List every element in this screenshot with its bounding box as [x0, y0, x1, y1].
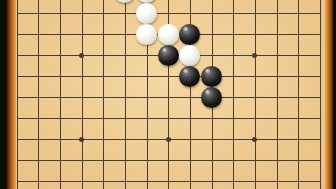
grid-vertical-line	[233, 0, 234, 189]
black-stone	[201, 66, 222, 87]
star-point	[79, 53, 84, 58]
star-point	[79, 137, 84, 142]
grid-vertical-line	[277, 0, 278, 189]
white-stone	[136, 24, 157, 45]
game-screen	[0, 0, 336, 189]
star-point	[166, 137, 171, 142]
grid-horizontal-line	[17, 181, 321, 182]
white-stone	[179, 45, 200, 66]
grid-vertical-line	[320, 0, 321, 189]
gomoku-board[interactable]	[0, 0, 336, 189]
grid-vertical-line	[298, 0, 299, 189]
black-stone	[179, 24, 200, 45]
letterbox-left	[0, 0, 7, 189]
black-stone	[158, 45, 179, 66]
board-edge-left	[7, 0, 16, 189]
grid-vertical-line	[255, 0, 256, 189]
board-edge-right	[325, 0, 333, 189]
black-stone	[179, 66, 200, 87]
white-stone	[136, 3, 157, 24]
white-stone	[158, 24, 179, 45]
grid-horizontal-line	[17, 160, 321, 161]
black-stone	[201, 87, 222, 108]
